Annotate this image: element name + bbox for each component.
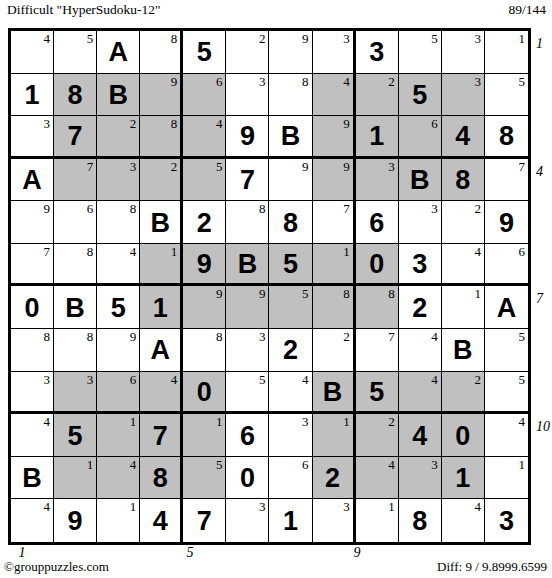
cell-r9c5[interactable]: 0 (183, 372, 226, 415)
cell-r5c6[interactable]: 8 (226, 201, 269, 244)
cell-r12c11[interactable]: 4 (442, 499, 485, 542)
cell-r3c7[interactable]: B (269, 116, 312, 159)
pencil-mark: 2 (130, 116, 137, 131)
cell-r9c3[interactable]: 6 (97, 372, 140, 415)
cell-r4c9[interactable]: 3 (356, 159, 399, 202)
pencil-mark: 9 (216, 286, 223, 301)
cell-r12c7[interactable]: 1 (269, 499, 312, 542)
cell-r2c12[interactable]: 5 (485, 74, 528, 117)
pencil-mark: 4 (388, 457, 395, 472)
cell-r7c10[interactable]: 2 (399, 286, 442, 329)
cell-r7c9[interactable]: 8 (356, 286, 399, 329)
pencil-mark: 1 (130, 414, 137, 429)
given-digit: 0 (226, 457, 268, 499)
cell-r7c3[interactable]: 5 (97, 286, 140, 329)
cell-r1c9[interactable]: 3 (356, 31, 399, 74)
cell-r12c4[interactable]: 4 (140, 499, 183, 542)
given-digit: A (140, 329, 180, 371)
cell-r10c8[interactable]: 1 (313, 414, 356, 457)
pencil-mark: 4 (44, 499, 51, 514)
pencil-mark: 9 (259, 286, 266, 301)
pencil-mark: 1 (216, 414, 223, 429)
cell-r11c8[interactable]: 2 (313, 457, 356, 500)
cell-r12c10[interactable]: 8 (399, 499, 442, 542)
cell-r7c7[interactable]: 5 (269, 286, 312, 329)
given-digit: B (269, 116, 311, 156)
pencil-mark: 4 (474, 244, 481, 259)
cell-r2c9[interactable]: 2 (356, 74, 399, 117)
col-label-5: 5 (180, 545, 200, 561)
given-digit: 5 (269, 244, 311, 284)
cell-r9c10[interactable]: 4 (399, 372, 442, 415)
pencil-mark: 3 (474, 31, 481, 46)
pencil-mark: 1 (343, 414, 350, 429)
pencil-mark: 8 (302, 74, 309, 89)
given-digit: 5 (54, 414, 96, 456)
cell-r8c3[interactable]: 9 (97, 329, 140, 372)
pencil-mark: 1 (343, 244, 350, 259)
pencil-mark: 3 (388, 159, 395, 174)
pencil-mark: 5 (302, 286, 309, 301)
cell-r10c2[interactable]: 5 (54, 414, 97, 457)
pencil-mark: 4 (171, 372, 178, 387)
pencil-mark: 2 (388, 74, 395, 89)
cell-r2c10[interactable]: 5 (399, 74, 442, 117)
cell-r8c12[interactable]: 5 (485, 329, 528, 372)
cell-r10c3[interactable]: 1 (97, 414, 140, 457)
cell-r7c5[interactable]: 9 (183, 286, 226, 329)
cell-r8c6[interactable]: 3 (226, 329, 269, 372)
cell-r3c10[interactable]: 6 (399, 116, 442, 159)
pencil-mark: 2 (343, 329, 350, 344)
given-digit: A (97, 31, 139, 73)
cell-r9c7[interactable]: 4 (269, 372, 312, 415)
cell-r6c5[interactable]: 9 (183, 244, 226, 287)
cell-r11c3[interactable]: 4 (97, 457, 140, 500)
cell-r1c7[interactable]: 9 (269, 31, 312, 74)
given-digit: 7 (140, 414, 180, 456)
cell-r5c8[interactable]: 7 (313, 201, 356, 244)
pencil-mark: 4 (431, 372, 438, 387)
cell-r7c8[interactable]: 8 (313, 286, 356, 329)
pencil-mark: 6 (130, 372, 137, 387)
cell-r5c9[interactable]: 6 (356, 201, 399, 244)
pencil-mark: 9 (343, 116, 350, 131)
given-digit: 7 (183, 499, 225, 542)
given-digit: 6 (226, 414, 268, 456)
cell-r3c12[interactable]: 8 (485, 116, 528, 159)
pencil-mark: 1 (518, 31, 525, 46)
cell-r1c6[interactable]: 2 (226, 31, 269, 74)
cell-r8c8[interactable]: 2 (313, 329, 356, 372)
cell-r10c7[interactable]: 3 (269, 414, 312, 457)
cell-r8c10[interactable]: 4 (399, 329, 442, 372)
given-digit: 9 (485, 201, 528, 243)
pencil-mark: 4 (216, 116, 223, 131)
cell-r4c3[interactable]: 3 (97, 159, 140, 202)
cell-r1c11[interactable]: 3 (442, 31, 485, 74)
pencil-mark: 3 (431, 201, 438, 216)
pencil-mark: 2 (388, 414, 395, 429)
cell-r2c11[interactable]: 3 (442, 74, 485, 117)
cell-r8c1[interactable]: 8 (11, 329, 54, 372)
given-digit: 8 (54, 74, 96, 116)
cell-r6c10[interactable]: 3 (399, 244, 442, 287)
cell-r1c12[interactable]: 1 (485, 31, 528, 74)
cell-r4c10[interactable]: B (399, 159, 442, 202)
pencil-mark: 7 (518, 159, 525, 174)
given-digit: 3 (485, 499, 528, 542)
given-digit: A (11, 159, 53, 201)
cell-r10c12[interactable]: 4 (485, 414, 528, 457)
pencil-mark: 1 (171, 244, 178, 259)
cell-r3c9[interactable]: 1 (356, 116, 399, 159)
pencil-mark: 8 (343, 286, 350, 301)
pencil-mark: 2 (171, 159, 178, 174)
cell-r6c3[interactable]: 4 (97, 244, 140, 287)
pencil-mark: 5 (518, 74, 525, 89)
pencil-mark: 6 (431, 116, 438, 131)
pencil-mark: 4 (518, 414, 525, 429)
copyright-link[interactable]: ©grouppuzzles.com (4, 559, 109, 575)
cell-r7c11[interactable]: 1 (442, 286, 485, 329)
pencil-mark: 7 (44, 244, 51, 259)
pencil-mark: 3 (44, 116, 51, 131)
pencil-mark: 3 (431, 457, 438, 472)
cell-r11c10[interactable]: 3 (399, 457, 442, 500)
pencil-mark: 8 (259, 201, 266, 216)
cell-r3c6[interactable]: 9 (226, 116, 269, 159)
cell-r3c2[interactable]: 7 (54, 116, 97, 159)
cell-r12c1[interactable]: 4 (11, 499, 54, 542)
pencil-mark: 4 (44, 31, 51, 46)
pencil-mark: 1 (388, 499, 395, 514)
cell-r10c5[interactable]: 1 (183, 414, 226, 457)
given-digit: 9 (54, 499, 96, 542)
cell-r7c1[interactable]: 0 (11, 286, 54, 329)
cell-r2c7[interactable]: 8 (269, 74, 312, 117)
cell-r8c2[interactable]: 8 (54, 329, 97, 372)
pencil-mark: 4 (302, 372, 309, 387)
pencil-mark: 3 (87, 372, 94, 387)
given-digit: 8 (485, 116, 528, 156)
pencil-mark: 1 (518, 457, 525, 472)
given-digit: 2 (313, 457, 353, 499)
pencil-mark: 4 (343, 74, 350, 89)
cell-r5c5[interactable]: 2 (183, 201, 226, 244)
cell-r12c8[interactable]: 3 (313, 499, 356, 542)
pencil-mark: 9 (343, 159, 350, 174)
pencil-mark: 5 (216, 457, 223, 472)
cell-r7c12[interactable]: A (485, 286, 528, 329)
given-digit: 2 (183, 201, 225, 243)
cell-r11c2[interactable]: 1 (54, 457, 97, 500)
cell-r4c5[interactable]: 5 (183, 159, 226, 202)
given-digit: B (54, 286, 96, 328)
given-digit: B (442, 329, 484, 371)
cell-r5c2[interactable]: 6 (54, 201, 97, 244)
pencil-mark: 8 (87, 329, 94, 344)
pencil-mark: 8 (87, 244, 94, 259)
cell-r2c5[interactable]: 6 (183, 74, 226, 117)
cell-r9c6[interactable]: 5 (226, 372, 269, 415)
pencil-mark: 4 (44, 414, 51, 429)
cell-r8c4[interactable]: A (140, 329, 183, 372)
cell-r6c4[interactable]: 1 (140, 244, 183, 287)
cell-r4c7[interactable]: 9 (269, 159, 312, 202)
row-label-4: 4 (536, 164, 552, 180)
given-digit: 2 (269, 329, 311, 371)
pencil-mark: 8 (388, 286, 395, 301)
given-digit: 9 (226, 116, 268, 156)
cell-r8c7[interactable]: 2 (269, 329, 312, 372)
given-digit: 4 (140, 499, 180, 542)
cell-r7c4[interactable]: 1 (140, 286, 183, 329)
pencil-mark: 8 (44, 329, 51, 344)
pencil-mark: 8 (171, 116, 178, 131)
cell-r6c7[interactable]: 5 (269, 244, 312, 287)
cell-r3c11[interactable]: 4 (442, 116, 485, 159)
cell-r12c6[interactable]: 3 (226, 499, 269, 542)
cell-r8c9[interactable]: 7 (356, 329, 399, 372)
cell-r6c6[interactable]: B (226, 244, 269, 287)
cell-r3c8[interactable]: 9 (313, 116, 356, 159)
pencil-mark: 6 (518, 244, 525, 259)
cell-r10c11[interactable]: 0 (442, 414, 485, 457)
pencil-mark: 4 (431, 329, 438, 344)
pencil-mark: 9 (44, 201, 51, 216)
cell-r9c2[interactable]: 3 (54, 372, 97, 415)
col-label-9: 9 (347, 545, 367, 561)
pencil-mark: 4 (130, 457, 137, 472)
cell-r10c10[interactable]: 4 (399, 414, 442, 457)
cell-r4c1[interactable]: A (11, 159, 54, 202)
pencil-mark: 9 (130, 329, 137, 344)
cell-r1c5[interactable]: 5 (183, 31, 226, 74)
given-digit: B (399, 159, 441, 201)
cell-r5c3[interactable]: 8 (97, 201, 140, 244)
pencil-mark: 7 (388, 329, 395, 344)
cell-r2c4[interactable]: 9 (140, 74, 183, 117)
pencil-mark: 8 (130, 201, 137, 216)
cell-r6c8[interactable]: 1 (313, 244, 356, 287)
given-digit: 7 (226, 159, 268, 201)
given-digit: 8 (269, 201, 311, 243)
given-digit: B (140, 201, 180, 243)
cell-r5c7[interactable]: 8 (269, 201, 312, 244)
cell-r1c10[interactable]: 5 (399, 31, 442, 74)
pencil-mark: 4 (130, 244, 137, 259)
cell-r10c9[interactable]: 2 (356, 414, 399, 457)
pencil-mark: 6 (216, 74, 223, 89)
cell-r6c11[interactable]: 4 (442, 244, 485, 287)
pencil-mark: 5 (216, 159, 223, 174)
given-digit: 2 (399, 286, 441, 328)
cell-r9c9[interactable]: 5 (356, 372, 399, 415)
cell-r6c2[interactable]: 8 (54, 244, 97, 287)
progress-counter: 89/144 (508, 2, 546, 18)
cell-r2c8[interactable]: 4 (313, 74, 356, 117)
cell-r2c3[interactable]: B (97, 74, 140, 117)
pencil-mark: 1 (130, 499, 137, 514)
cell-r3c5[interactable]: 4 (183, 116, 226, 159)
cell-r11c12[interactable]: 1 (485, 457, 528, 500)
cell-r1c8[interactable]: 3 (313, 31, 356, 74)
cell-r1c1[interactable]: 4 (11, 31, 54, 74)
cell-r12c3[interactable]: 1 (97, 499, 140, 542)
pencil-mark: 2 (474, 372, 481, 387)
row-label-1: 1 (536, 36, 552, 52)
cell-r1c3[interactable]: A (97, 31, 140, 74)
puzzle-title: Difficult "HyperSudoku-12" (7, 2, 161, 18)
cell-r5c1[interactable]: 9 (11, 201, 54, 244)
pencil-mark: 1 (474, 286, 481, 301)
cell-r9c8[interactable]: B (313, 372, 356, 415)
cell-r4c8[interactable]: 9 (313, 159, 356, 202)
cell-r5c10[interactable]: 3 (399, 201, 442, 244)
given-digit: A (485, 286, 528, 328)
cell-r7c6[interactable]: 9 (226, 286, 269, 329)
given-digit: 6 (356, 201, 398, 243)
pencil-mark: 9 (302, 31, 309, 46)
given-digit: 0 (442, 414, 484, 456)
cell-r11c6[interactable]: 0 (226, 457, 269, 500)
pencil-mark: 2 (259, 31, 266, 46)
cell-r2c6[interactable]: 3 (226, 74, 269, 117)
given-digit: 4 (399, 414, 441, 456)
given-digit: 0 (183, 372, 225, 412)
pencil-mark: 9 (302, 159, 309, 174)
given-digit: B (313, 372, 353, 412)
given-digit: 8 (399, 499, 441, 542)
cell-r11c5[interactable]: 5 (183, 457, 226, 500)
given-digit: B (11, 457, 53, 499)
pencil-mark: 7 (87, 159, 94, 174)
pencil-mark: 7 (343, 201, 350, 216)
pencil-mark: 9 (171, 74, 178, 89)
pencil-mark: 3 (343, 499, 350, 514)
given-digit: 3 (356, 31, 398, 73)
pencil-mark: 5 (518, 329, 525, 344)
pencil-mark: 3 (259, 499, 266, 514)
cell-r6c9[interactable]: 0 (356, 244, 399, 287)
cell-r1c2[interactable]: 5 (54, 31, 97, 74)
cell-r11c7[interactable]: 6 (269, 457, 312, 500)
cell-r4c11[interactable]: 8 (442, 159, 485, 202)
cell-r9c1[interactable]: 3 (11, 372, 54, 415)
given-digit: B (97, 74, 139, 116)
given-digit: 5 (183, 31, 225, 73)
cell-r7c2[interactable]: B (54, 286, 97, 329)
cell-r8c11[interactable]: B (442, 329, 485, 372)
pencil-mark: 5 (518, 372, 525, 387)
cell-r5c12[interactable]: 9 (485, 201, 528, 244)
pencil-mark: 5 (431, 31, 438, 46)
cell-r12c2[interactable]: 9 (54, 499, 97, 542)
pencil-mark: 3 (343, 31, 350, 46)
cell-r8c5[interactable]: 8 (183, 329, 226, 372)
pencil-mark: 8 (171, 31, 178, 46)
given-digit: 5 (97, 286, 139, 328)
cell-r11c9[interactable]: 4 (356, 457, 399, 500)
given-digit: 5 (356, 372, 398, 412)
given-digit: 1 (11, 74, 53, 116)
row-label-10: 10 (536, 419, 552, 435)
cell-r3c4[interactable]: 8 (140, 116, 183, 159)
difficulty-rating: Diff: 9 / 9.8999.6599 (437, 559, 547, 575)
cell-r3c1[interactable]: 3 (11, 116, 54, 159)
cell-r2c2[interactable]: 8 (54, 74, 97, 117)
cell-r2c1[interactable]: 1 (11, 74, 54, 117)
given-digit: 3 (399, 244, 441, 284)
cell-r5c4[interactable]: B (140, 201, 183, 244)
cell-r6c12[interactable]: 6 (485, 244, 528, 287)
pencil-mark: 3 (302, 414, 309, 429)
cell-r10c6[interactable]: 6 (226, 414, 269, 457)
cell-r6c1[interactable]: 7 (11, 244, 54, 287)
given-digit: 9 (183, 244, 225, 284)
given-digit: 7 (54, 116, 96, 156)
pencil-mark: 3 (44, 372, 51, 387)
pencil-mark: 2 (474, 201, 481, 216)
given-digit: 1 (269, 499, 311, 542)
pencil-mark: 6 (302, 457, 309, 472)
cell-r9c11[interactable]: 2 (442, 372, 485, 415)
cell-r4c2[interactable]: 7 (54, 159, 97, 202)
cell-r4c4[interactable]: 2 (140, 159, 183, 202)
cell-r10c1[interactable]: 4 (11, 414, 54, 457)
given-digit: 0 (11, 286, 53, 328)
pencil-mark: 8 (216, 329, 223, 344)
cell-r11c1[interactable]: B (11, 457, 54, 500)
pencil-mark: 4 (474, 499, 481, 514)
cell-r12c12[interactable]: 3 (485, 499, 528, 542)
given-digit: 8 (140, 457, 180, 499)
pencil-mark: 5 (259, 372, 266, 387)
pencil-mark: 3 (130, 159, 137, 174)
given-digit: 1 (356, 116, 398, 156)
cell-r9c12[interactable]: 5 (485, 372, 528, 415)
cell-r1c4[interactable]: 8 (140, 31, 183, 74)
pencil-mark: 3 (259, 329, 266, 344)
cell-r3c3[interactable]: 2 (97, 116, 140, 159)
pencil-mark: 5 (87, 31, 94, 46)
given-digit: 0 (356, 244, 398, 284)
cell-r12c9[interactable]: 1 (356, 499, 399, 542)
given-digit: 1 (140, 286, 180, 328)
pencil-mark: 3 (259, 74, 266, 89)
cell-r4c12[interactable]: 7 (485, 159, 528, 202)
cell-r4c6[interactable]: 7 (226, 159, 269, 202)
cell-r12c5[interactable]: 7 (183, 499, 226, 542)
cell-r9c4[interactable]: 4 (140, 372, 183, 415)
given-digit: 1 (442, 457, 484, 499)
cell-r11c4[interactable]: 8 (140, 457, 183, 500)
cell-r11c11[interactable]: 1 (442, 457, 485, 500)
cell-r5c11[interactable]: 2 (442, 201, 485, 244)
given-digit: 4 (442, 116, 484, 156)
pencil-mark: 1 (87, 457, 94, 472)
pencil-mark: 3 (474, 74, 481, 89)
pencil-mark: 6 (87, 201, 94, 216)
given-digit: 5 (399, 74, 441, 116)
cell-r10c4[interactable]: 7 (140, 414, 183, 457)
sudoku-board: 45A85293353118B963842535372849B91648A732… (8, 28, 531, 545)
given-digit: B (226, 244, 268, 284)
given-digit: 8 (442, 159, 484, 201)
row-label-7: 7 (536, 291, 552, 307)
